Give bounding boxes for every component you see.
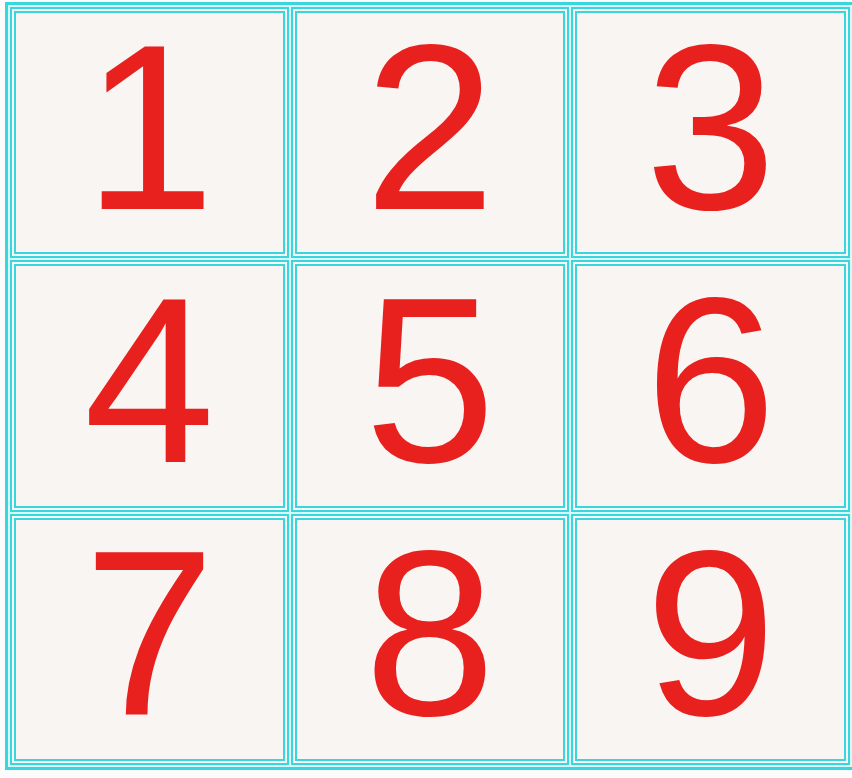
digit-3: 3 xyxy=(645,9,776,245)
cell-r2c3[interactable]: 6 xyxy=(571,260,850,511)
digit-8: 8 xyxy=(364,515,495,751)
digit-2: 2 xyxy=(364,9,495,245)
cell-r2c1[interactable]: 4 xyxy=(10,260,289,511)
number-board: 1 2 3 4 5 6 7 8 9 xyxy=(5,2,852,770)
cell-r1c2[interactable]: 2 xyxy=(291,7,570,258)
digit-4: 4 xyxy=(84,262,215,498)
cell-r3c2[interactable]: 8 xyxy=(291,514,570,765)
digit-1: 1 xyxy=(84,9,215,245)
digit-7: 7 xyxy=(84,515,215,751)
cell-r1c1[interactable]: 1 xyxy=(10,7,289,258)
cell-r1c3[interactable]: 3 xyxy=(571,7,850,258)
digit-6: 6 xyxy=(645,262,776,498)
digit-5: 5 xyxy=(364,262,495,498)
cell-r3c3[interactable]: 9 xyxy=(571,514,850,765)
cell-r3c1[interactable]: 7 xyxy=(10,514,289,765)
cell-r2c2[interactable]: 5 xyxy=(291,260,570,511)
digit-9: 9 xyxy=(645,515,776,751)
